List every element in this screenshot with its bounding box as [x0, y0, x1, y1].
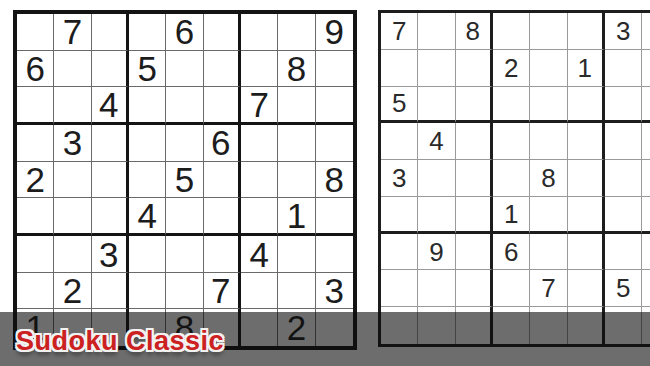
cell-r2c8[interactable] [642, 50, 650, 87]
cell-r7c1[interactable] [17, 236, 54, 273]
cell-r1c7[interactable] [241, 14, 278, 51]
cell-r8c2[interactable]: 2 [54, 273, 91, 310]
cell-r5c1[interactable]: 2 [17, 162, 54, 199]
cell-r3c9[interactable] [316, 87, 353, 125]
cell-r1c4[interactable] [129, 14, 166, 51]
cell-r1c1[interactable] [17, 14, 54, 51]
cell-r6c7[interactable] [241, 198, 278, 236]
cell-r4c7[interactable] [241, 125, 278, 162]
cell-r5c1[interactable]: 3 [381, 160, 418, 197]
cell-r8c7[interactable]: 5 [605, 270, 642, 307]
cell-r4c1[interactable] [381, 123, 418, 160]
cell-r7c8[interactable] [278, 236, 315, 273]
cell-r3c3[interactable]: 4 [92, 87, 129, 125]
cell-r7c8[interactable] [642, 234, 650, 271]
cell-r3c6[interactable] [568, 87, 605, 124]
cell-r5c8[interactable] [642, 160, 650, 197]
cell-r2c6[interactable]: 1 [568, 50, 605, 87]
game-title: Sudoku Classic [16, 322, 224, 357]
cell-r2c9[interactable] [316, 51, 353, 88]
cell-r4c5[interactable] [166, 125, 203, 162]
cell-r1c2[interactable]: 7 [54, 14, 91, 51]
cell-r2c1[interactable]: 6 [17, 51, 54, 88]
cell-r6c2[interactable] [54, 198, 91, 236]
cell-r1c9[interactable]: 9 [316, 14, 353, 51]
cell-r8c6[interactable] [568, 270, 605, 307]
cell-r4c4[interactable] [493, 123, 530, 160]
cell-r2c7[interactable] [241, 51, 278, 88]
cell-r1c8[interactable] [642, 13, 650, 50]
cell-r7c1[interactable] [381, 234, 418, 271]
cell-r6c3[interactable] [456, 197, 493, 234]
cell-r5c7[interactable] [241, 162, 278, 199]
cell-r1c5[interactable] [530, 13, 567, 50]
cell-r6c1[interactable] [381, 197, 418, 234]
cell-r4c7[interactable] [605, 123, 642, 160]
cell-r8c1[interactable] [17, 273, 54, 310]
cell-r3c8[interactable] [278, 87, 315, 125]
cell-r6c4[interactable]: 1 [493, 197, 530, 234]
cell-r7c2[interactable] [54, 236, 91, 273]
cell-r7c2[interactable]: 9 [418, 234, 455, 271]
cell-r6c6[interactable] [568, 197, 605, 234]
cell-r8c7[interactable] [241, 273, 278, 310]
cell-r1c3[interactable]: 8 [456, 13, 493, 50]
cell-r4c3[interactable] [92, 125, 129, 162]
cell-r5c8[interactable] [278, 162, 315, 199]
cell-r5c3[interactable] [92, 162, 129, 199]
cell-r6c5[interactable] [166, 198, 203, 236]
cell-r8c8[interactable] [278, 273, 315, 310]
cell-r2c3[interactable] [92, 51, 129, 88]
screenshot-canvas: 76965847362584134273182 78321543819675 S… [0, 0, 650, 366]
cell-r2c4[interactable]: 5 [129, 51, 166, 88]
cell-r8c8[interactable] [642, 270, 650, 307]
cell-r4c5[interactable] [530, 123, 567, 160]
cell-r3c1[interactable] [17, 87, 54, 125]
cell-r1c6[interactable] [204, 14, 241, 51]
cell-r5c6[interactable] [204, 162, 241, 199]
cell-r8c4[interactable] [129, 273, 166, 310]
cell-r6c1[interactable] [17, 198, 54, 236]
cell-r1c1[interactable]: 7 [381, 13, 418, 50]
cell-r5c2[interactable] [418, 160, 455, 197]
cell-r1c6[interactable] [568, 13, 605, 50]
cell-r6c6[interactable] [204, 198, 241, 236]
cell-r7c6[interactable] [568, 234, 605, 271]
cell-r5c4[interactable] [129, 162, 166, 199]
cell-r4c8[interactable] [278, 125, 315, 162]
cell-r8c5[interactable]: 7 [530, 270, 567, 307]
cell-r3c2[interactable] [418, 87, 455, 124]
cell-r4c6[interactable] [568, 123, 605, 160]
cell-r6c5[interactable] [530, 197, 567, 234]
cell-r2c5[interactable] [166, 51, 203, 88]
cell-r6c3[interactable] [92, 198, 129, 236]
cell-r2c2[interactable] [418, 50, 455, 87]
cell-r3c4[interactable] [129, 87, 166, 125]
cell-r5c2[interactable] [54, 162, 91, 199]
cell-r3c1[interactable]: 5 [381, 87, 418, 124]
cell-r5c9[interactable]: 8 [316, 162, 353, 199]
cell-r4c3[interactable] [456, 123, 493, 160]
cell-r4c9[interactable] [316, 125, 353, 162]
cell-r5c5[interactable]: 8 [530, 160, 567, 197]
cell-r4c2[interactable]: 4 [418, 123, 455, 160]
title-bar-overlay: Sudoku Classic [0, 312, 650, 366]
cell-r4c2[interactable]: 3 [54, 125, 91, 162]
cell-r8c6[interactable]: 7 [204, 273, 241, 310]
cell-r7c3[interactable]: 3 [92, 236, 129, 273]
cell-r2c3[interactable] [456, 50, 493, 87]
cell-r7c4[interactable] [129, 236, 166, 273]
cell-r5c6[interactable] [568, 160, 605, 197]
cell-r8c5[interactable] [166, 273, 203, 310]
cell-r1c7[interactable]: 3 [605, 13, 642, 50]
sudoku-board-right[interactable]: 78321543819675 [378, 10, 650, 347]
cell-r6c7[interactable] [605, 197, 642, 234]
cell-r2c1[interactable] [381, 50, 418, 87]
cell-r2c6[interactable] [204, 51, 241, 88]
cell-r2c2[interactable] [54, 51, 91, 88]
cell-r8c2[interactable] [418, 270, 455, 307]
cell-r8c4[interactable] [493, 270, 530, 307]
cell-r3c5[interactable] [166, 87, 203, 125]
cell-r4c1[interactable] [17, 125, 54, 162]
cell-r4c8[interactable] [642, 123, 650, 160]
cell-r5c7[interactable] [605, 160, 642, 197]
cell-r2c4[interactable]: 2 [493, 50, 530, 87]
cell-r7c5[interactable] [166, 236, 203, 273]
cell-r8c1[interactable] [381, 270, 418, 307]
cell-r3c5[interactable] [530, 87, 567, 124]
cell-r6c9[interactable] [316, 198, 353, 236]
cell-r6c4[interactable]: 4 [129, 198, 166, 236]
cell-r4c4[interactable] [129, 125, 166, 162]
cell-r5c3[interactable] [456, 160, 493, 197]
cell-r2c8[interactable]: 8 [278, 51, 315, 88]
cell-r6c8[interactable]: 1 [278, 198, 315, 236]
cell-r5c5[interactable]: 5 [166, 162, 203, 199]
cell-r1c4[interactable] [493, 13, 530, 50]
cell-r8c9[interactable]: 3 [316, 273, 353, 310]
cell-r3c7[interactable] [605, 87, 642, 124]
cell-r7c6[interactable] [204, 236, 241, 273]
cell-r4c6[interactable]: 6 [204, 125, 241, 162]
cell-r5c4[interactable] [493, 160, 530, 197]
sudoku-board-left[interactable]: 76965847362584134273182 [13, 10, 357, 350]
cell-r7c5[interactable] [530, 234, 567, 271]
cell-r8c3[interactable] [456, 270, 493, 307]
cell-r7c7[interactable]: 4 [241, 236, 278, 273]
cell-r7c4[interactable]: 6 [493, 234, 530, 271]
cell-r3c6[interactable] [204, 87, 241, 125]
cell-r1c2[interactable] [418, 13, 455, 50]
cell-r2c5[interactable] [530, 50, 567, 87]
cell-r8c3[interactable] [92, 273, 129, 310]
cell-r7c3[interactable] [456, 234, 493, 271]
cell-r7c9[interactable] [316, 236, 353, 273]
cell-r3c8[interactable] [642, 87, 650, 124]
cell-r6c8[interactable] [642, 197, 650, 234]
cell-r1c3[interactable] [92, 14, 129, 51]
cell-r1c5[interactable]: 6 [166, 14, 203, 51]
cell-r3c2[interactable] [54, 87, 91, 125]
cell-r6c2[interactable] [418, 197, 455, 234]
cell-r7c7[interactable] [605, 234, 642, 271]
cell-r3c3[interactable] [456, 87, 493, 124]
cell-r1c8[interactable] [278, 14, 315, 51]
cell-r3c4[interactable] [493, 87, 530, 124]
cell-r2c7[interactable] [605, 50, 642, 87]
cell-r3c7[interactable]: 7 [241, 87, 278, 125]
